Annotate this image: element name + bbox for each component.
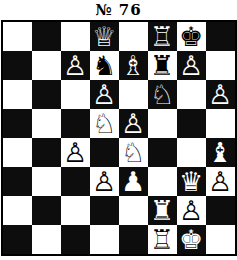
square-f6[interactable]: ♘	[148, 80, 177, 109]
square-g3[interactable]: ♛	[177, 167, 206, 196]
piece-white-rook[interactable]: ♖	[150, 225, 174, 254]
square-e1[interactable]	[119, 225, 148, 254]
square-c6[interactable]	[61, 80, 90, 109]
square-f1[interactable]: ♖	[148, 225, 177, 254]
piece-white-queen[interactable]: ♛	[179, 167, 203, 196]
square-f8[interactable]: ♖	[148, 22, 177, 51]
square-a8[interactable]	[3, 22, 32, 51]
square-c5[interactable]	[61, 109, 90, 138]
square-c3[interactable]	[61, 167, 90, 196]
piece-black-pawn[interactable]: ♙	[179, 51, 203, 80]
square-b3[interactable]	[32, 167, 61, 196]
piece-black-rook[interactable]: ♖	[150, 22, 174, 51]
chess-board: ♕♖♚♙♞♗♜♙♙♘♙♘♙♙♘♝♙♟♛♙♜♙♖♚	[1, 20, 237, 256]
piece-black-knight[interactable]: ♘	[150, 80, 174, 109]
piece-black-pawn[interactable]: ♙	[63, 51, 87, 80]
piece-white-king[interactable]: ♚	[179, 225, 203, 254]
piece-black-pawn[interactable]: ♙	[92, 80, 116, 109]
square-a2[interactable]	[3, 196, 32, 225]
square-a3[interactable]	[3, 167, 32, 196]
square-d1[interactable]	[90, 225, 119, 254]
square-b5[interactable]	[32, 109, 61, 138]
square-d4[interactable]	[90, 138, 119, 167]
diagram-page: № 76 ♕♖♚♙♞♗♜♙♙♘♙♘♙♙♘♝♙♟♛♙♜♙♖♚	[0, 0, 237, 260]
square-c1[interactable]	[61, 225, 90, 254]
puzzle-number-title: № 76	[0, 0, 237, 20]
square-h2[interactable]	[206, 196, 235, 225]
piece-black-knight[interactable]: ♞	[92, 51, 116, 80]
piece-black-king[interactable]: ♚	[179, 22, 203, 51]
square-b1[interactable]	[32, 225, 61, 254]
square-a7[interactable]	[3, 51, 32, 80]
piece-white-bishop[interactable]: ♝	[208, 138, 232, 167]
square-f7[interactable]: ♜	[148, 51, 177, 80]
square-b8[interactable]	[32, 22, 61, 51]
square-g1[interactable]: ♚	[177, 225, 206, 254]
square-c7[interactable]: ♙	[61, 51, 90, 80]
square-d8[interactable]: ♕	[90, 22, 119, 51]
square-h6[interactable]: ♙	[206, 80, 235, 109]
piece-black-rook[interactable]: ♜	[150, 51, 174, 80]
square-d6[interactable]: ♙	[90, 80, 119, 109]
square-f3[interactable]	[148, 167, 177, 196]
square-c8[interactable]	[61, 22, 90, 51]
square-a1[interactable]	[3, 225, 32, 254]
square-h4[interactable]: ♝	[206, 138, 235, 167]
square-h7[interactable]	[206, 51, 235, 80]
square-g8[interactable]: ♚	[177, 22, 206, 51]
square-c2[interactable]	[61, 196, 90, 225]
square-e3[interactable]: ♟	[119, 167, 148, 196]
piece-white-knight[interactable]: ♘	[121, 138, 145, 167]
square-b6[interactable]	[32, 80, 61, 109]
piece-white-knight[interactable]: ♘	[92, 109, 116, 138]
piece-black-pawn[interactable]: ♙	[121, 109, 145, 138]
square-h8[interactable]	[206, 22, 235, 51]
square-c4[interactable]: ♙	[61, 138, 90, 167]
square-e7[interactable]: ♗	[119, 51, 148, 80]
square-b2[interactable]	[32, 196, 61, 225]
piece-white-pawn[interactable]: ♙	[63, 138, 87, 167]
square-h3[interactable]: ♙	[206, 167, 235, 196]
square-e2[interactable]	[119, 196, 148, 225]
square-e4[interactable]: ♘	[119, 138, 148, 167]
square-f2[interactable]: ♜	[148, 196, 177, 225]
piece-black-queen[interactable]: ♕	[92, 22, 116, 51]
piece-black-bishop[interactable]: ♗	[121, 51, 145, 80]
square-a6[interactable]	[3, 80, 32, 109]
piece-white-pawn[interactable]: ♙	[208, 167, 232, 196]
square-a5[interactable]	[3, 109, 32, 138]
square-d5[interactable]: ♘	[90, 109, 119, 138]
piece-white-pawn[interactable]: ♙	[92, 167, 116, 196]
square-d2[interactable]	[90, 196, 119, 225]
square-f5[interactable]	[148, 109, 177, 138]
piece-black-pawn[interactable]: ♙	[208, 80, 232, 109]
square-a4[interactable]	[3, 138, 32, 167]
square-b7[interactable]	[32, 51, 61, 80]
square-d7[interactable]: ♞	[90, 51, 119, 80]
square-g7[interactable]: ♙	[177, 51, 206, 80]
square-g2[interactable]: ♙	[177, 196, 206, 225]
square-f4[interactable]	[148, 138, 177, 167]
square-e5[interactable]: ♙	[119, 109, 148, 138]
square-e6[interactable]	[119, 80, 148, 109]
piece-white-pawn[interactable]: ♙	[179, 196, 203, 225]
piece-white-pawn[interactable]: ♟	[121, 167, 145, 196]
square-b4[interactable]	[32, 138, 61, 167]
square-e8[interactable]	[119, 22, 148, 51]
piece-white-rook[interactable]: ♜	[150, 196, 174, 225]
square-g5[interactable]	[177, 109, 206, 138]
square-h5[interactable]	[206, 109, 235, 138]
square-d3[interactable]: ♙	[90, 167, 119, 196]
square-g6[interactable]	[177, 80, 206, 109]
square-g4[interactable]	[177, 138, 206, 167]
square-h1[interactable]	[206, 225, 235, 254]
